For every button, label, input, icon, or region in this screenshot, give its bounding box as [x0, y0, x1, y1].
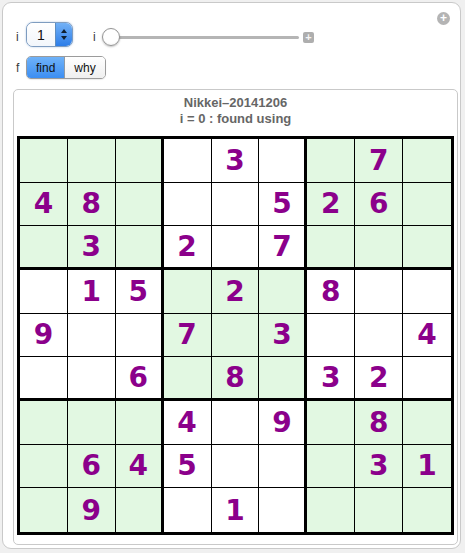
sudoku-cell: 9: [20, 314, 68, 358]
sudoku-cell: [403, 270, 451, 314]
sudoku-cell: [403, 226, 451, 270]
sudoku-cell: [20, 270, 68, 314]
sudoku-cell: [355, 226, 403, 270]
sudoku-cell: 7: [164, 314, 212, 358]
puzzle-subtitle: i = 0 : found using: [14, 111, 457, 127]
sudoku-cell: 1: [212, 488, 260, 532]
sudoku-cell: [403, 357, 451, 401]
sudoku-cell: [355, 488, 403, 532]
sudoku-cell: 3: [212, 139, 260, 183]
sudoku-cell: 9: [259, 401, 307, 445]
sudoku-cell: 2: [164, 226, 212, 270]
sudoku-cell: [20, 226, 68, 270]
slider-track[interactable]: [103, 36, 299, 39]
sudoku-cell: 1: [403, 445, 451, 489]
sudoku-cell: 4: [20, 183, 68, 227]
sudoku-cell: [68, 357, 116, 401]
sudoku-cell: 3: [355, 445, 403, 489]
sudoku-cell: 6: [116, 357, 164, 401]
sudoku-grid: 37485263271528973468324986453191: [17, 136, 454, 535]
sudoku-cell: [164, 139, 212, 183]
sudoku-cell: [68, 401, 116, 445]
setter-label-f: f: [16, 61, 19, 75]
sudoku-cell: [212, 314, 260, 358]
sudoku-cell: [259, 357, 307, 401]
sudoku-cell: 4: [403, 314, 451, 358]
sudoku-cell: [116, 401, 164, 445]
sudoku-cell: [68, 139, 116, 183]
sudoku-cell: 5: [116, 270, 164, 314]
sudoku-cell: [164, 357, 212, 401]
sudoku-cell: [20, 445, 68, 489]
sudoku-cell: [116, 488, 164, 532]
setter-button-find[interactable]: find: [27, 57, 64, 78]
sudoku-cell: 5: [259, 183, 307, 227]
sudoku-cell: 8: [68, 183, 116, 227]
sudoku-cell: [68, 314, 116, 358]
i-popup-menu[interactable]: 1: [26, 22, 73, 47]
sudoku-cell: [259, 139, 307, 183]
sudoku-cell: 3: [259, 314, 307, 358]
sudoku-cell: [164, 488, 212, 532]
sudoku-cell: 8: [355, 401, 403, 445]
sudoku-cell: [259, 445, 307, 489]
popup-label-i: i: [16, 30, 19, 44]
sudoku-cell: [403, 488, 451, 532]
sudoku-cell: 2: [355, 357, 403, 401]
i-slider[interactable]: [103, 29, 299, 45]
sudoku-cell: 7: [355, 139, 403, 183]
sudoku-cell: [259, 488, 307, 532]
i-popup-value: 1: [27, 23, 55, 46]
setter-button-why[interactable]: why: [64, 57, 104, 78]
sudoku-cell: [164, 270, 212, 314]
sudoku-cell: [212, 183, 260, 227]
sudoku-cell: 6: [68, 445, 116, 489]
sudoku-cell: [355, 314, 403, 358]
sudoku-cell: [259, 270, 307, 314]
sudoku-cell: 3: [307, 357, 355, 401]
slider-label-i: i: [93, 30, 96, 44]
sudoku-cell: 9: [68, 488, 116, 532]
manipulate-frame: i 1 i + + f find why Nikkei–20141206 i =…: [2, 2, 461, 549]
sudoku-cell: [307, 488, 355, 532]
sudoku-cell: [20, 488, 68, 532]
sudoku-cell: [20, 401, 68, 445]
sudoku-cell: [307, 314, 355, 358]
sudoku-cell: 4: [164, 401, 212, 445]
expand-controls-button[interactable]: +: [437, 12, 450, 25]
puzzle-title: Nikkei–20141206: [14, 95, 457, 111]
f-setter-bar: find why: [26, 56, 106, 79]
slider-plus-button[interactable]: +: [303, 32, 314, 43]
sudoku-cell: 1: [68, 270, 116, 314]
sudoku-cell: [403, 401, 451, 445]
sudoku-cell: [307, 401, 355, 445]
sudoku-cell: [212, 226, 260, 270]
sudoku-cell: [116, 139, 164, 183]
stepper-down-icon: [61, 36, 67, 40]
stepper-up-icon: [61, 29, 67, 33]
sudoku-cell: [116, 314, 164, 358]
sudoku-cell: 6: [355, 183, 403, 227]
sudoku-cell: [20, 357, 68, 401]
sudoku-cell: [212, 445, 260, 489]
sudoku-cell: 3: [68, 226, 116, 270]
sudoku-cell: [355, 270, 403, 314]
sudoku-cell: 8: [307, 270, 355, 314]
sudoku-cell: [403, 139, 451, 183]
sudoku-cell: [212, 401, 260, 445]
sudoku-cell: 8: [212, 357, 260, 401]
sudoku-cell: [164, 183, 212, 227]
sudoku-cell: [307, 445, 355, 489]
sudoku-cell: 4: [116, 445, 164, 489]
sudoku-cell: [116, 183, 164, 227]
sudoku-cell: [307, 226, 355, 270]
sudoku-cell: [403, 183, 451, 227]
sudoku-cell: 5: [164, 445, 212, 489]
i-popup-stepper[interactable]: [55, 23, 72, 46]
sudoku-cell: [307, 139, 355, 183]
sudoku-cell: [20, 139, 68, 183]
output-panel: Nikkei–20141206 i = 0 : found using 3748…: [13, 89, 458, 545]
sudoku-cell: 7: [259, 226, 307, 270]
sudoku-cell: 2: [307, 183, 355, 227]
slider-thumb[interactable]: [102, 28, 120, 46]
sudoku-cell: 2: [212, 270, 260, 314]
sudoku-cell: [116, 226, 164, 270]
